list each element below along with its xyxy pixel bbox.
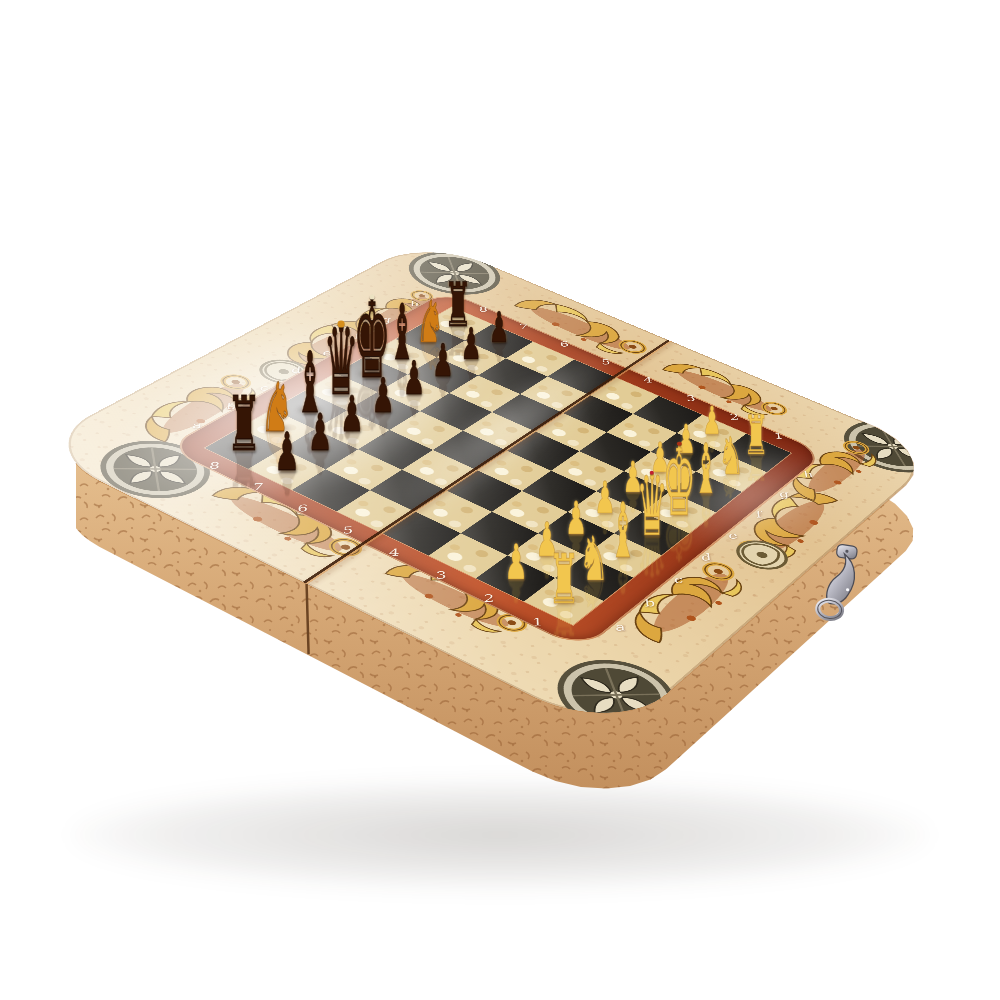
rank-label-sw-5: 5 <box>340 526 354 536</box>
rank-label-sw-6: 6 <box>295 504 309 513</box>
file-label-nw-g: g <box>379 316 391 323</box>
file-label-nw-b: b <box>224 402 237 410</box>
rank-label-sw-7: 7 <box>250 483 263 492</box>
rank-label-sw-8: 8 <box>207 462 220 471</box>
file-label-nw-a: a <box>190 421 202 430</box>
file-label-nw-d: d <box>289 366 302 374</box>
chess-box-scene: aa11bb22cc33dd44ee55ff66gg77hh88 ♜♜♞♞♟♟♝… <box>0 0 1000 1000</box>
